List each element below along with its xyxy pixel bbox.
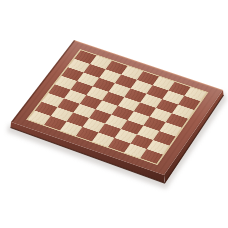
chessboard-product-photo — [0, 0, 228, 228]
